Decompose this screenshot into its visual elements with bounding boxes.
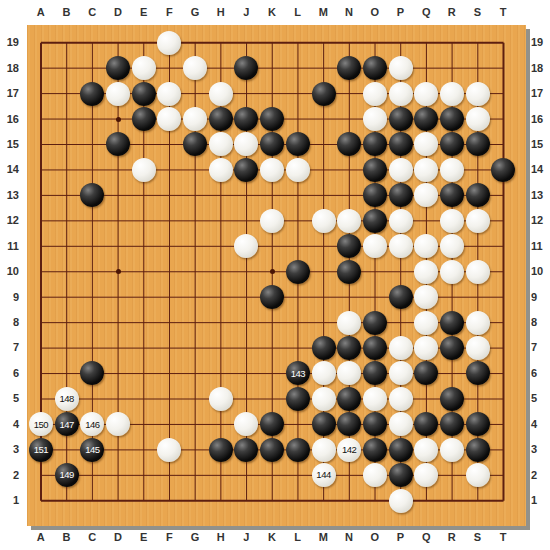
coord-label: A (28, 4, 54, 20)
coord-label: 4 (531, 412, 550, 437)
white-stone-D17 (106, 82, 130, 106)
go-game-screenshot: ABCDEFGHJKLMNOPQRST 19181716151413121110… (0, 0, 550, 550)
white-stone-Q3 (414, 438, 438, 462)
black-stone-E17 (132, 82, 156, 106)
black-stone-N4 (337, 412, 361, 436)
move-number-label: 145 (85, 445, 99, 455)
black-stone-C6 (80, 361, 104, 385)
coord-label: 16 (531, 106, 550, 131)
coord-label: 17 (531, 81, 550, 106)
coord-label: 5 (531, 386, 550, 411)
black-stone-P16 (389, 107, 413, 131)
coord-label: J (234, 529, 260, 545)
black-stone-M17 (312, 82, 336, 106)
black-stone-N11 (337, 234, 361, 258)
go-board[interactable]: 143148150147146151145142149144 (27, 25, 526, 526)
white-stone-R17 (440, 82, 464, 106)
black-stone-N7 (337, 336, 361, 360)
move-number-label: 150 (34, 420, 48, 430)
white-stone-H14 (209, 158, 233, 182)
white-stone-S2 (466, 463, 490, 487)
white-stone-O11 (363, 234, 387, 258)
black-stone-M4 (312, 412, 336, 436)
coord-label: 2 (531, 462, 550, 487)
coord-label: 18 (0, 55, 26, 80)
black-stone-M7 (312, 336, 336, 360)
black-stone-J16 (234, 107, 258, 131)
white-stone-Q15 (414, 132, 438, 156)
black-stone-L3 (286, 438, 310, 462)
coord-label: 10 (0, 259, 26, 284)
black-stone-O6 (363, 361, 387, 385)
black-stone-H3 (209, 438, 233, 462)
black-stone-R4 (440, 412, 464, 436)
black-stone-P9 (389, 285, 413, 309)
white-stone-R3 (440, 438, 464, 462)
white-stone-O5 (363, 387, 387, 411)
coord-label: T (490, 4, 516, 20)
white-stone-R10 (440, 260, 464, 284)
white-stone-J4 (234, 412, 258, 436)
coord-label: G (182, 529, 208, 545)
black-stone-C3: 145 (80, 438, 104, 462)
coord-label: 15 (531, 132, 550, 157)
black-stone-E16 (132, 107, 156, 131)
white-stone-O16 (363, 107, 387, 131)
coord-label: 6 (0, 361, 26, 386)
white-stone-Q8 (414, 311, 438, 335)
black-stone-N18 (337, 56, 361, 80)
white-stone-J15 (234, 132, 258, 156)
white-stone-M3 (312, 438, 336, 462)
black-stone-L6: 143 (286, 361, 310, 385)
coord-label: H (208, 4, 234, 20)
white-stone-F17 (157, 82, 181, 106)
black-stone-K4 (260, 412, 284, 436)
black-stone-Q4 (414, 412, 438, 436)
coord-label: 15 (0, 132, 26, 157)
black-stone-R5 (440, 387, 464, 411)
white-stone-B5: 148 (55, 387, 79, 411)
coord-label: M (311, 4, 337, 20)
white-stone-P18 (389, 56, 413, 80)
move-number-label: 147 (59, 420, 73, 430)
coord-label: 4 (0, 412, 26, 437)
white-stone-Q14 (414, 158, 438, 182)
black-stone-J18 (234, 56, 258, 80)
white-stone-S12 (466, 209, 490, 233)
coord-label: 19 (531, 30, 550, 55)
coord-label: R (439, 4, 465, 20)
white-stone-R12 (440, 209, 464, 233)
coord-label: L (285, 4, 311, 20)
white-stone-N8 (337, 311, 361, 335)
black-stone-Q6 (414, 361, 438, 385)
coord-label: O (362, 529, 388, 545)
black-stone-P15 (389, 132, 413, 156)
coord-label: N (336, 529, 362, 545)
white-stone-J11 (234, 234, 258, 258)
coord-label: 9 (0, 284, 26, 309)
move-number-label: 148 (59, 394, 73, 404)
white-stone-N12 (337, 209, 361, 233)
white-stone-P6 (389, 361, 413, 385)
white-stone-S17 (466, 82, 490, 106)
black-stone-P3 (389, 438, 413, 462)
coord-label: 3 (531, 437, 550, 462)
black-stone-A3: 151 (29, 438, 53, 462)
white-stone-P4 (389, 412, 413, 436)
white-stone-P14 (389, 158, 413, 182)
coord-label: 1 (531, 488, 550, 513)
black-stone-G15 (183, 132, 207, 156)
coord-label: M (311, 529, 337, 545)
black-stone-Q16 (414, 107, 438, 131)
coord-label: G (182, 4, 208, 20)
column-labels-top: ABCDEFGHJKLMNOPQRST (28, 4, 517, 20)
star-point (116, 269, 121, 274)
move-number-label: 143 (291, 369, 305, 379)
coord-label: R (439, 529, 465, 545)
white-stone-Q7 (414, 336, 438, 360)
black-stone-O3 (363, 438, 387, 462)
black-stone-K9 (260, 285, 284, 309)
white-stone-E14 (132, 158, 156, 182)
coord-label: E (131, 529, 157, 545)
black-stone-R16 (440, 107, 464, 131)
coord-label: 17 (0, 81, 26, 106)
row-labels-right: 19181716151413121110987654321 (531, 30, 550, 514)
coord-label: Q (413, 529, 439, 545)
black-stone-D18 (106, 56, 130, 80)
coord-label: S (465, 4, 491, 20)
coord-label: 8 (531, 310, 550, 335)
white-stone-G16 (183, 107, 207, 131)
white-stone-R11 (440, 234, 464, 258)
white-stone-H5 (209, 387, 233, 411)
white-stone-P17 (389, 82, 413, 106)
white-stone-G18 (183, 56, 207, 80)
white-stone-M5 (312, 387, 336, 411)
black-stone-B4: 147 (55, 412, 79, 436)
white-stone-P1 (389, 489, 413, 513)
coord-label: 19 (0, 30, 26, 55)
white-stone-M12 (312, 209, 336, 233)
move-number-label: 142 (342, 445, 356, 455)
coord-label: O (362, 4, 388, 20)
white-stone-Q10 (414, 260, 438, 284)
white-stone-Q17 (414, 82, 438, 106)
white-stone-P12 (389, 209, 413, 233)
white-stone-P5 (389, 387, 413, 411)
black-stone-O15 (363, 132, 387, 156)
white-stone-F19 (157, 31, 181, 55)
coord-label: 12 (0, 208, 26, 233)
white-stone-P7 (389, 336, 413, 360)
coord-label: B (54, 529, 80, 545)
stones-grid: 143148150147146151145142149144 (28, 30, 516, 513)
black-stone-K16 (260, 107, 284, 131)
coord-label: 2 (0, 462, 26, 487)
white-stone-H17 (209, 82, 233, 106)
black-stone-O4 (363, 412, 387, 436)
move-number-label: 149 (59, 470, 73, 480)
coord-label: J (234, 4, 260, 20)
black-stone-T14 (491, 158, 515, 182)
white-stone-S10 (466, 260, 490, 284)
star-point (116, 117, 121, 122)
black-stone-H16 (209, 107, 233, 131)
white-stone-A4: 150 (29, 412, 53, 436)
black-stone-C13 (80, 183, 104, 207)
coord-label: 1 (0, 488, 26, 513)
coord-label: D (105, 529, 131, 545)
white-stone-N6 (337, 361, 361, 385)
black-stone-S15 (466, 132, 490, 156)
white-stone-K12 (260, 209, 284, 233)
coord-label: 13 (0, 183, 26, 208)
coord-label: 11 (531, 234, 550, 259)
coord-label: 14 (531, 157, 550, 182)
coord-label: 7 (531, 335, 550, 360)
coord-label: D (105, 4, 131, 20)
coord-label: F (156, 4, 182, 20)
coord-label: 8 (0, 310, 26, 335)
coord-label: L (285, 529, 311, 545)
black-stone-R7 (440, 336, 464, 360)
column-labels-bottom: ABCDEFGHJKLMNOPQRST (28, 529, 517, 545)
coord-label: P (388, 529, 414, 545)
white-stone-M6 (312, 361, 336, 385)
black-stone-O12 (363, 209, 387, 233)
white-stone-S7 (466, 336, 490, 360)
black-stone-O14 (363, 158, 387, 182)
coord-label: 3 (0, 437, 26, 462)
white-stone-H15 (209, 132, 233, 156)
coord-label: N (336, 4, 362, 20)
black-stone-O7 (363, 336, 387, 360)
black-stone-K15 (260, 132, 284, 156)
coord-label: 7 (0, 335, 26, 360)
white-stone-S8 (466, 311, 490, 335)
coord-label: C (79, 4, 105, 20)
white-stone-R14 (440, 158, 464, 182)
coord-label: B (54, 4, 80, 20)
black-stone-S6 (466, 361, 490, 385)
white-stone-O2 (363, 463, 387, 487)
coord-label: 10 (531, 259, 550, 284)
coord-label: 11 (0, 234, 26, 259)
black-stone-O8 (363, 311, 387, 335)
black-stone-B2: 149 (55, 463, 79, 487)
white-stone-D4 (106, 412, 130, 436)
black-stone-N15 (337, 132, 361, 156)
black-stone-L15 (286, 132, 310, 156)
coord-label: Q (413, 4, 439, 20)
coord-label: 12 (531, 208, 550, 233)
coord-label: 13 (531, 183, 550, 208)
coord-label: F (156, 529, 182, 545)
black-stone-L5 (286, 387, 310, 411)
row-labels-left: 19181716151413121110987654321 (0, 30, 26, 514)
black-stone-D15 (106, 132, 130, 156)
coord-label: 14 (0, 157, 26, 182)
white-stone-E18 (132, 56, 156, 80)
black-stone-S3 (466, 438, 490, 462)
coord-label: 18 (531, 55, 550, 80)
black-stone-O18 (363, 56, 387, 80)
black-stone-O13 (363, 183, 387, 207)
white-stone-Q9 (414, 285, 438, 309)
white-stone-O17 (363, 82, 387, 106)
white-stone-Q2 (414, 463, 438, 487)
coord-label: T (490, 529, 516, 545)
black-stone-R8 (440, 311, 464, 335)
white-stone-N3: 142 (337, 438, 361, 462)
coord-label: 5 (0, 386, 26, 411)
white-stone-P11 (389, 234, 413, 258)
white-stone-S16 (466, 107, 490, 131)
white-stone-Q13 (414, 183, 438, 207)
black-stone-P2 (389, 463, 413, 487)
coord-label: K (259, 4, 285, 20)
coord-label: K (259, 529, 285, 545)
coord-label: E (131, 4, 157, 20)
coord-label: S (465, 529, 491, 545)
coord-label: A (28, 529, 54, 545)
black-stone-L10 (286, 260, 310, 284)
black-stone-N10 (337, 260, 361, 284)
white-stone-Q11 (414, 234, 438, 258)
black-stone-K3 (260, 438, 284, 462)
black-stone-J3 (234, 438, 258, 462)
white-stone-C4: 146 (80, 412, 104, 436)
star-point (270, 269, 275, 274)
coord-label: P (388, 4, 414, 20)
move-number-label: 151 (34, 445, 48, 455)
white-stone-K14 (260, 158, 284, 182)
white-stone-F16 (157, 107, 181, 131)
move-number-label: 146 (85, 420, 99, 430)
coord-label: C (79, 529, 105, 545)
black-stone-J14 (234, 158, 258, 182)
white-stone-L14 (286, 158, 310, 182)
black-stone-S13 (466, 183, 490, 207)
black-stone-S4 (466, 412, 490, 436)
black-stone-C17 (80, 82, 104, 106)
black-stone-R15 (440, 132, 464, 156)
white-stone-M2: 144 (312, 463, 336, 487)
coord-label: 6 (531, 361, 550, 386)
move-number-label: 144 (316, 470, 330, 480)
black-stone-R13 (440, 183, 464, 207)
coord-label: H (208, 529, 234, 545)
white-stone-F3 (157, 438, 181, 462)
coord-label: 9 (531, 284, 550, 309)
black-stone-N5 (337, 387, 361, 411)
black-stone-P13 (389, 183, 413, 207)
coord-label: 16 (0, 106, 26, 131)
